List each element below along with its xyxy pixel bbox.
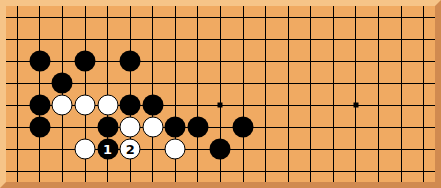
intersection	[119, 94, 142, 116]
intersection	[412, 94, 435, 116]
white-stone	[52, 95, 73, 116]
intersection	[390, 28, 413, 50]
intersection	[367, 6, 390, 28]
intersection	[209, 28, 232, 50]
intersection	[141, 50, 164, 72]
black-stone	[233, 117, 254, 138]
intersection	[300, 6, 323, 28]
intersection	[164, 28, 187, 50]
intersection	[345, 138, 368, 160]
intersection	[6, 50, 29, 72]
intersection	[412, 138, 435, 160]
intersection	[29, 138, 52, 160]
intersection	[74, 116, 97, 138]
intersection	[367, 94, 390, 116]
intersection	[74, 160, 97, 182]
intersection	[51, 138, 74, 160]
intersection	[300, 28, 323, 50]
intersection	[119, 50, 142, 72]
black-stone	[120, 51, 141, 72]
intersection	[141, 28, 164, 50]
intersection	[232, 138, 255, 160]
intersection	[96, 160, 119, 182]
intersection	[390, 72, 413, 94]
white-stone	[75, 139, 96, 160]
intersection	[74, 72, 97, 94]
intersection	[187, 94, 210, 116]
intersection	[209, 72, 232, 94]
intersection	[390, 50, 413, 72]
intersection	[254, 160, 277, 182]
move-1-stone: 1	[97, 139, 118, 160]
intersection	[412, 28, 435, 50]
intersection	[209, 6, 232, 28]
intersection	[345, 28, 368, 50]
intersection	[322, 72, 345, 94]
white-stone	[75, 95, 96, 116]
intersection	[29, 160, 52, 182]
intersection	[141, 94, 164, 116]
intersection	[390, 6, 413, 28]
intersection	[6, 160, 29, 182]
intersection	[390, 138, 413, 160]
intersection	[164, 116, 187, 138]
intersection	[367, 138, 390, 160]
intersection	[96, 6, 119, 28]
intersection	[187, 116, 210, 138]
intersection	[367, 50, 390, 72]
intersection	[51, 50, 74, 72]
intersection: 1	[96, 138, 119, 160]
intersection	[29, 6, 52, 28]
intersection	[96, 50, 119, 72]
intersection	[232, 116, 255, 138]
black-stone	[52, 73, 73, 94]
intersection	[322, 160, 345, 182]
intersection	[322, 138, 345, 160]
intersection	[51, 160, 74, 182]
intersection	[119, 160, 142, 182]
black-stone	[165, 117, 186, 138]
intersection	[345, 50, 368, 72]
black-stone	[97, 117, 118, 138]
intersection	[232, 94, 255, 116]
intersection	[390, 94, 413, 116]
black-stone	[29, 117, 50, 138]
intersection	[51, 28, 74, 50]
intersection	[187, 50, 210, 72]
intersection	[412, 6, 435, 28]
intersection	[254, 6, 277, 28]
intersection	[29, 94, 52, 116]
intersection	[119, 28, 142, 50]
star-point-marker	[218, 103, 223, 108]
intersection	[6, 6, 29, 28]
intersection	[119, 116, 142, 138]
intersection	[187, 160, 210, 182]
intersection	[74, 94, 97, 116]
intersection	[277, 160, 300, 182]
intersection	[74, 6, 97, 28]
intersection	[322, 94, 345, 116]
intersection	[164, 94, 187, 116]
intersection	[6, 28, 29, 50]
black-stone	[75, 51, 96, 72]
intersection	[51, 116, 74, 138]
intersection	[187, 138, 210, 160]
intersection	[187, 28, 210, 50]
intersection	[300, 94, 323, 116]
white-stone	[120, 117, 141, 138]
intersection	[164, 72, 187, 94]
black-stone	[210, 139, 231, 160]
intersection	[412, 116, 435, 138]
intersection	[412, 72, 435, 94]
intersection	[277, 94, 300, 116]
intersection	[300, 160, 323, 182]
intersection	[345, 72, 368, 94]
intersection	[209, 160, 232, 182]
intersection	[300, 116, 323, 138]
black-stone	[29, 95, 50, 116]
intersection	[322, 116, 345, 138]
intersection	[164, 6, 187, 28]
intersection	[412, 160, 435, 182]
intersection	[277, 72, 300, 94]
intersection	[141, 138, 164, 160]
white-stone	[142, 117, 163, 138]
intersection	[96, 72, 119, 94]
intersection	[300, 72, 323, 94]
go-board: 12	[6, 6, 435, 182]
intersection	[300, 138, 323, 160]
intersection	[6, 116, 29, 138]
intersection	[74, 28, 97, 50]
intersection	[322, 28, 345, 50]
intersection	[254, 138, 277, 160]
white-stone	[97, 95, 118, 116]
intersection	[390, 160, 413, 182]
intersection	[74, 50, 97, 72]
intersection	[254, 50, 277, 72]
intersection	[232, 50, 255, 72]
intersection	[51, 72, 74, 94]
black-stone	[142, 95, 163, 116]
intersection	[29, 28, 52, 50]
intersection	[232, 28, 255, 50]
intersection	[345, 6, 368, 28]
black-stone	[187, 117, 208, 138]
intersection	[209, 50, 232, 72]
intersection	[254, 116, 277, 138]
intersection	[74, 138, 97, 160]
intersection	[96, 94, 119, 116]
intersection	[300, 50, 323, 72]
intersection	[345, 160, 368, 182]
intersection	[345, 116, 368, 138]
intersection	[254, 94, 277, 116]
intersection	[164, 160, 187, 182]
intersection	[6, 138, 29, 160]
intersection	[141, 72, 164, 94]
intersection	[209, 116, 232, 138]
intersection	[232, 6, 255, 28]
intersection	[29, 50, 52, 72]
intersection	[51, 94, 74, 116]
move-2-stone: 2	[120, 139, 141, 160]
intersection	[277, 28, 300, 50]
intersection	[322, 50, 345, 72]
intersection	[367, 28, 390, 50]
intersection	[322, 6, 345, 28]
intersection	[6, 72, 29, 94]
intersection	[164, 50, 187, 72]
white-stone	[165, 139, 186, 160]
intersection	[141, 6, 164, 28]
star-point-marker	[353, 103, 358, 108]
intersection	[29, 72, 52, 94]
intersection	[187, 72, 210, 94]
intersection	[96, 28, 119, 50]
intersection	[51, 6, 74, 28]
intersection	[29, 116, 52, 138]
intersection	[277, 6, 300, 28]
intersection	[232, 160, 255, 182]
intersection	[367, 160, 390, 182]
intersection	[277, 138, 300, 160]
intersection	[141, 116, 164, 138]
intersection	[164, 138, 187, 160]
intersection	[367, 116, 390, 138]
intersection	[209, 138, 232, 160]
black-stone	[120, 95, 141, 116]
intersection	[187, 6, 210, 28]
intersection	[254, 28, 277, 50]
intersection	[345, 94, 368, 116]
intersection	[390, 116, 413, 138]
intersection	[96, 116, 119, 138]
intersection	[277, 50, 300, 72]
intersection	[277, 116, 300, 138]
intersection	[367, 72, 390, 94]
black-stone	[29, 51, 50, 72]
go-board-frame: 12	[0, 0, 441, 188]
intersection	[209, 94, 232, 116]
intersection	[6, 94, 29, 116]
intersection	[412, 50, 435, 72]
intersection	[232, 72, 255, 94]
intersection	[119, 6, 142, 28]
intersection: 2	[119, 138, 142, 160]
intersection	[141, 160, 164, 182]
intersection	[119, 72, 142, 94]
intersection	[254, 72, 277, 94]
